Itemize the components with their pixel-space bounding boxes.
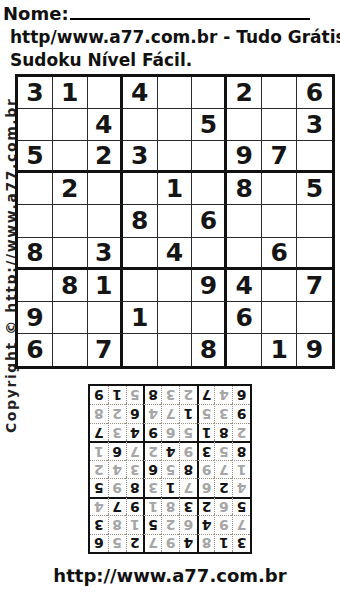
cell-r6c3: 3	[197, 441, 215, 459]
cell-r8c6	[192, 302, 227, 334]
cell-r8c8: 2	[108, 404, 126, 422]
cell-r8c7: 6	[126, 404, 144, 422]
sudoku-puzzle-grid: 314264535239721858683468194791667819	[15, 74, 335, 369]
cell-r9c3: 7	[197, 386, 215, 404]
cell-r9c9: 9	[90, 386, 108, 404]
cell-r2c8: 8	[108, 515, 126, 533]
cell-r7c6: 9	[143, 423, 161, 441]
cell-r4c1	[18, 173, 53, 205]
cell-r6c7	[227, 238, 262, 270]
cell-r1c4: 4	[179, 534, 197, 552]
cell-r3c4: 3	[123, 141, 158, 173]
cell-r3c1: 5	[18, 141, 53, 173]
cell-r5c4: 8	[179, 460, 197, 478]
cell-r1c8: 5	[108, 534, 126, 552]
cell-r4c8: 9	[108, 478, 126, 496]
cell-r7c2: 8	[53, 270, 88, 302]
cell-r4c7: 8	[227, 173, 262, 205]
cell-r4c3	[88, 173, 123, 205]
cell-r3c8: 7	[108, 497, 126, 515]
cell-r3c5	[158, 141, 193, 173]
cell-r7c7: 4	[126, 423, 144, 441]
cell-r7c5: 6	[161, 423, 179, 441]
cell-r2c9: 3	[90, 515, 108, 533]
cell-r8c4: 1	[179, 404, 197, 422]
sudoku-solution-grid-upside-down: 3184972567946251835623819744267138951798…	[88, 384, 252, 554]
puzzle-level-title: Sudoku Nível Fácil.	[10, 50, 192, 70]
cell-r3c3: 2	[88, 141, 123, 173]
cell-r7c3: 1	[197, 423, 215, 441]
cell-r7c9: 7	[297, 270, 332, 302]
cell-r8c3: 5	[197, 404, 215, 422]
cell-r3c1: 5	[232, 497, 250, 515]
cell-r6c9: 1	[90, 441, 108, 459]
cell-r6c6: 2	[143, 441, 161, 459]
cell-r6c5: 4	[158, 238, 193, 270]
cell-r8c5: 7	[161, 404, 179, 422]
cell-r7c6: 9	[192, 270, 227, 302]
cell-r5c8: 4	[108, 460, 126, 478]
name-row: Nome:	[3, 2, 337, 24]
cell-r5c9: 2	[90, 460, 108, 478]
cell-r2c2	[53, 109, 88, 141]
cell-r7c7: 4	[227, 270, 262, 302]
cell-r1c7: 2	[126, 534, 144, 552]
cell-r6c7: 7	[126, 441, 144, 459]
cell-r4c6: 3	[143, 478, 161, 496]
footer-url: http://www.a77.com.br	[0, 565, 340, 586]
cell-r8c1: 9	[18, 302, 53, 334]
cell-r4c1: 4	[232, 478, 250, 496]
cell-r5c3: 9	[197, 460, 215, 478]
cell-r5c4: 8	[123, 205, 158, 237]
name-blank-line	[70, 2, 310, 20]
cell-r5c1: 1	[232, 460, 250, 478]
cell-r1c6: 7	[143, 534, 161, 552]
cell-r6c4	[123, 238, 158, 270]
cell-r9c5	[158, 334, 193, 366]
cell-r2c9: 3	[297, 109, 332, 141]
cell-r6c9	[297, 238, 332, 270]
cell-r5c8	[262, 205, 297, 237]
cell-r1c8	[262, 77, 297, 109]
cell-r9c2: 4	[214, 386, 232, 404]
cell-r3c6	[192, 141, 227, 173]
cell-r9c7: 5	[126, 386, 144, 404]
cell-r2c3: 4	[197, 515, 215, 533]
cell-r4c4: 7	[179, 478, 197, 496]
cell-r7c9: 7	[90, 423, 108, 441]
cell-r9c8: 1	[262, 334, 297, 366]
cell-r7c5	[158, 270, 193, 302]
cell-r7c4: 5	[179, 423, 197, 441]
cell-r2c6: 5	[143, 515, 161, 533]
cell-r7c2: 8	[214, 423, 232, 441]
cell-r3c6: 1	[143, 497, 161, 515]
cell-r3c2: 6	[214, 497, 232, 515]
cell-r1c1: 3	[18, 77, 53, 109]
cell-r5c1	[18, 205, 53, 237]
cell-r1c9: 6	[297, 77, 332, 109]
cell-r4c2: 2	[214, 478, 232, 496]
cell-r4c9: 5	[297, 173, 332, 205]
cell-r2c1: 7	[232, 515, 250, 533]
name-label: Nome:	[3, 3, 69, 24]
cell-r3c9: 4	[90, 497, 108, 515]
cell-r2c7: 1	[126, 515, 144, 533]
cell-r6c5: 4	[161, 441, 179, 459]
cell-r8c7: 6	[227, 302, 262, 334]
cell-r6c2: 5	[214, 441, 232, 459]
cell-r1c3	[88, 77, 123, 109]
cell-r6c4: 9	[179, 441, 197, 459]
cell-r7c4	[123, 270, 158, 302]
cell-r6c8: 6	[262, 238, 297, 270]
cell-r2c1	[18, 109, 53, 141]
cell-r3c9	[297, 141, 332, 173]
cell-r4c6	[192, 173, 227, 205]
site-title: http/www.a77.com.br - Tudo Grátis.	[10, 27, 340, 47]
cell-r4c7: 8	[126, 478, 144, 496]
cell-r5c6: 6	[143, 460, 161, 478]
cell-r5c2: 7	[214, 460, 232, 478]
cell-r7c1	[18, 270, 53, 302]
cell-r3c4: 3	[179, 497, 197, 515]
cell-r9c3: 7	[88, 334, 123, 366]
cell-r8c1: 9	[232, 404, 250, 422]
cell-r4c9: 5	[90, 478, 108, 496]
cell-r4c2: 2	[53, 173, 88, 205]
cell-r3c5: 8	[161, 497, 179, 515]
cell-r2c4	[123, 109, 158, 141]
cell-r6c6	[192, 238, 227, 270]
cell-r9c4: 2	[179, 386, 197, 404]
cell-r1c6	[192, 77, 227, 109]
cell-r1c4: 4	[123, 77, 158, 109]
cell-r8c9	[297, 302, 332, 334]
cell-r9c9: 9	[297, 334, 332, 366]
cell-r9c5: 3	[161, 386, 179, 404]
cell-r3c2	[53, 141, 88, 173]
cell-r5c9	[297, 205, 332, 237]
cell-r6c2	[53, 238, 88, 270]
cell-r6c8: 6	[108, 441, 126, 459]
cell-r2c5	[158, 109, 193, 141]
cell-r6c1: 8	[18, 238, 53, 270]
cell-r8c4: 1	[123, 302, 158, 334]
cell-r1c5	[158, 77, 193, 109]
cell-r2c4: 6	[179, 515, 197, 533]
cell-r5c7	[227, 205, 262, 237]
cell-r8c6: 4	[143, 404, 161, 422]
cell-r2c5: 2	[161, 515, 179, 533]
cell-r5c5	[158, 205, 193, 237]
cell-r9c6: 8	[192, 334, 227, 366]
cell-r8c9: 8	[90, 404, 108, 422]
cell-r1c7: 2	[227, 77, 262, 109]
cell-r3c7: 9	[227, 141, 262, 173]
cell-r5c2	[53, 205, 88, 237]
cell-r6c1: 8	[232, 441, 250, 459]
cell-r7c8: 3	[108, 423, 126, 441]
cell-r8c8	[262, 302, 297, 334]
cell-r7c3: 1	[88, 270, 123, 302]
cell-r3c7: 9	[126, 497, 144, 515]
cell-r1c1: 3	[232, 534, 250, 552]
cell-r9c7	[227, 334, 262, 366]
cell-r4c8	[262, 173, 297, 205]
cell-r7c1: 2	[232, 423, 250, 441]
cell-r4c5: 1	[158, 173, 193, 205]
cell-r3c8: 7	[262, 141, 297, 173]
cell-r5c7: 3	[126, 460, 144, 478]
cell-r2c8	[262, 109, 297, 141]
cell-r8c5	[158, 302, 193, 334]
cell-r1c9: 6	[90, 534, 108, 552]
cell-r1c3: 8	[197, 534, 215, 552]
cell-r2c3: 4	[88, 109, 123, 141]
cell-r2c2: 9	[214, 515, 232, 533]
cell-r5c6: 6	[192, 205, 227, 237]
cell-r8c3	[88, 302, 123, 334]
cell-r9c1: 6	[18, 334, 53, 366]
cell-r6c3: 3	[88, 238, 123, 270]
cell-r9c1: 6	[232, 386, 250, 404]
cell-r9c4	[123, 334, 158, 366]
cell-r8c2: 3	[214, 404, 232, 422]
cell-r1c5: 9	[161, 534, 179, 552]
cell-r5c3	[88, 205, 123, 237]
cell-r9c2	[53, 334, 88, 366]
cell-r4c5: 1	[161, 478, 179, 496]
cell-r9c8: 1	[108, 386, 126, 404]
cell-r3c3: 2	[197, 497, 215, 515]
cell-r9c6: 8	[143, 386, 161, 404]
cell-r4c3: 6	[197, 478, 215, 496]
cell-r1c2: 1	[214, 534, 232, 552]
cell-r4c4	[123, 173, 158, 205]
cell-r2c6: 5	[192, 109, 227, 141]
cell-r8c2	[53, 302, 88, 334]
cell-r1c2: 1	[53, 77, 88, 109]
cell-r2c7	[227, 109, 262, 141]
cell-r5c5: 5	[161, 460, 179, 478]
cell-r7c8	[262, 270, 297, 302]
